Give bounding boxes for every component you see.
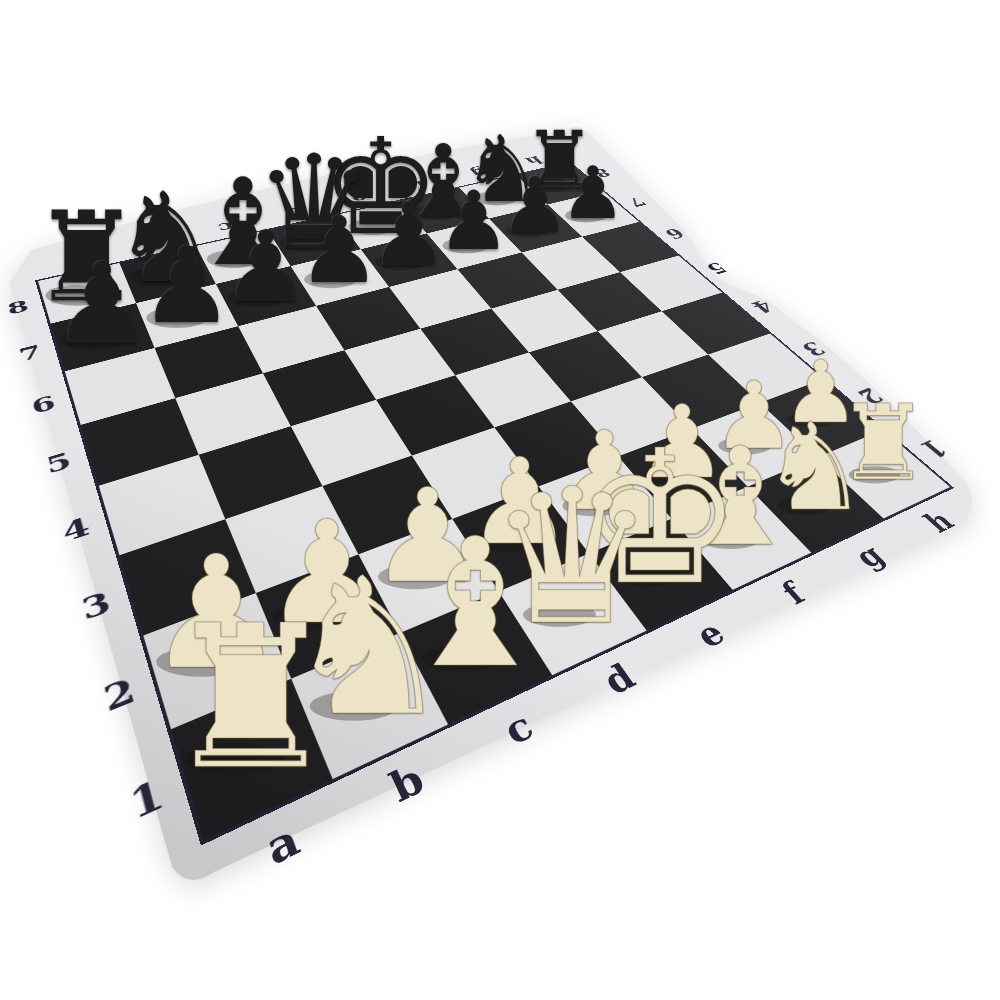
coord-label-left-7: 7 [17, 342, 43, 364]
chess-set-photo: 88aa77bb66cc55dd44ee33ff22gg11hh ♜♞♝♛♚♝♞… [0, 0, 1000, 1000]
piece-black-pawn-h7: ♟ [560, 157, 625, 229]
coord-label-left-5: 5 [44, 449, 74, 477]
piece-black-pawn-a7: ♟ [52, 248, 153, 361]
coord-label-left-8: 8 [6, 298, 31, 318]
piece-black-pawn-f7: ♟ [437, 179, 510, 260]
piece-black-pawn-b7: ♟ [139, 233, 233, 338]
piece-black-pawn-e7: ♟ [370, 192, 448, 279]
piece-black-pawn-g7: ♟ [501, 168, 570, 245]
coord-label-left-6: 6 [29, 393, 57, 418]
piece-black-pawn-c7: ♟ [221, 218, 309, 316]
piece-black-pawn-d7: ♟ [298, 204, 381, 296]
piece-white-rook-a1: ♜ [162, 600, 339, 797]
